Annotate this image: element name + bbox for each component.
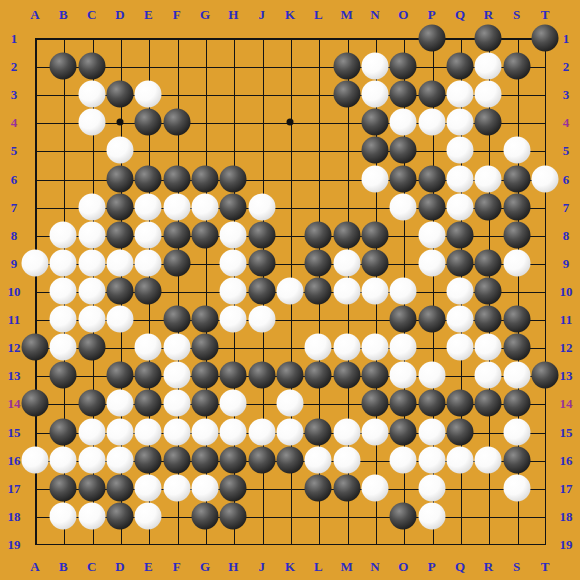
black-stone-C2 bbox=[78, 53, 105, 80]
black-stone-R11 bbox=[475, 306, 502, 333]
white-stone-S13 bbox=[503, 362, 530, 389]
white-stone-N15 bbox=[362, 418, 389, 445]
row-label-left: 19 bbox=[8, 538, 21, 551]
white-stone-Q10 bbox=[447, 278, 474, 305]
white-stone-P17 bbox=[418, 474, 445, 501]
black-stone-O3 bbox=[390, 81, 417, 108]
white-stone-M16 bbox=[333, 446, 360, 473]
white-stone-D15 bbox=[107, 418, 134, 445]
black-stone-S2 bbox=[503, 53, 530, 80]
black-stone-E16 bbox=[135, 446, 162, 473]
black-stone-N14 bbox=[362, 390, 389, 417]
row-label-left: 16 bbox=[8, 453, 21, 466]
white-stone-R16 bbox=[475, 446, 502, 473]
black-stone-J10 bbox=[248, 278, 275, 305]
black-stone-P6 bbox=[418, 165, 445, 192]
black-stone-C17 bbox=[78, 474, 105, 501]
black-stone-O5 bbox=[390, 137, 417, 164]
black-stone-D13 bbox=[107, 362, 134, 389]
white-stone-Q4 bbox=[447, 109, 474, 136]
column-label-bottom: B bbox=[59, 560, 68, 573]
column-label-top: K bbox=[285, 8, 295, 21]
black-stone-E14 bbox=[135, 390, 162, 417]
white-stone-N17 bbox=[362, 474, 389, 501]
column-label-bottom: C bbox=[87, 560, 96, 573]
row-label-left: 13 bbox=[8, 369, 21, 382]
column-label-top: T bbox=[541, 8, 550, 21]
black-stone-R1 bbox=[475, 25, 502, 52]
black-stone-H17 bbox=[220, 474, 247, 501]
column-label-top: C bbox=[87, 8, 96, 21]
white-stone-Q7 bbox=[447, 193, 474, 220]
black-stone-M3 bbox=[333, 81, 360, 108]
row-label-right: 5 bbox=[563, 144, 570, 157]
white-stone-P18 bbox=[418, 502, 445, 529]
white-stone-E15 bbox=[135, 418, 162, 445]
black-stone-S7 bbox=[503, 193, 530, 220]
white-stone-F15 bbox=[163, 418, 190, 445]
black-stone-T13 bbox=[532, 362, 559, 389]
black-stone-N4 bbox=[362, 109, 389, 136]
white-stone-Q5 bbox=[447, 137, 474, 164]
white-stone-O7 bbox=[390, 193, 417, 220]
row-label-left: 12 bbox=[8, 341, 21, 354]
white-stone-E9 bbox=[135, 249, 162, 276]
white-stone-J7 bbox=[248, 193, 275, 220]
row-label-left: 3 bbox=[11, 88, 18, 101]
white-stone-Q11 bbox=[447, 306, 474, 333]
white-stone-O10 bbox=[390, 278, 417, 305]
row-label-right: 11 bbox=[560, 313, 572, 326]
white-stone-R6 bbox=[475, 165, 502, 192]
black-stone-O11 bbox=[390, 306, 417, 333]
black-stone-B2 bbox=[50, 53, 77, 80]
row-label-right: 9 bbox=[563, 256, 570, 269]
black-stone-C14 bbox=[78, 390, 105, 417]
white-stone-D9 bbox=[107, 249, 134, 276]
black-stone-T1 bbox=[532, 25, 559, 52]
black-stone-B17 bbox=[50, 474, 77, 501]
black-stone-G8 bbox=[192, 221, 219, 248]
black-stone-F9 bbox=[163, 249, 190, 276]
row-label-left: 8 bbox=[11, 228, 18, 241]
white-stone-E17 bbox=[135, 474, 162, 501]
white-stone-P16 bbox=[418, 446, 445, 473]
black-stone-F6 bbox=[163, 165, 190, 192]
row-label-right: 2 bbox=[563, 60, 570, 73]
white-stone-C10 bbox=[78, 278, 105, 305]
row-label-right: 18 bbox=[560, 509, 573, 522]
white-stone-P15 bbox=[418, 418, 445, 445]
row-label-right: 15 bbox=[560, 425, 573, 438]
row-label-right: 19 bbox=[560, 538, 573, 551]
column-label-bottom: S bbox=[513, 560, 520, 573]
black-stone-G6 bbox=[192, 165, 219, 192]
black-stone-G18 bbox=[192, 502, 219, 529]
black-stone-O15 bbox=[390, 418, 417, 445]
black-stone-D18 bbox=[107, 502, 134, 529]
column-label-bottom: D bbox=[115, 560, 124, 573]
black-stone-D17 bbox=[107, 474, 134, 501]
row-label-left: 17 bbox=[8, 481, 21, 494]
white-stone-H10 bbox=[220, 278, 247, 305]
white-stone-J11 bbox=[248, 306, 275, 333]
white-stone-A16 bbox=[22, 446, 49, 473]
column-label-top: B bbox=[59, 8, 68, 21]
white-stone-B16 bbox=[50, 446, 77, 473]
black-stone-N8 bbox=[362, 221, 389, 248]
white-stone-M15 bbox=[333, 418, 360, 445]
row-label-left: 10 bbox=[8, 285, 21, 298]
black-stone-G13 bbox=[192, 362, 219, 389]
black-stone-Q8 bbox=[447, 221, 474, 248]
row-label-right: 6 bbox=[563, 172, 570, 185]
white-stone-F7 bbox=[163, 193, 190, 220]
black-stone-D10 bbox=[107, 278, 134, 305]
black-stone-Q2 bbox=[447, 53, 474, 80]
white-stone-B11 bbox=[50, 306, 77, 333]
column-label-bottom: R bbox=[484, 560, 493, 573]
black-stone-S14 bbox=[503, 390, 530, 417]
black-stone-E13 bbox=[135, 362, 162, 389]
white-stone-F14 bbox=[163, 390, 190, 417]
row-label-right: 7 bbox=[563, 200, 570, 213]
white-stone-E12 bbox=[135, 334, 162, 361]
column-label-top: Q bbox=[455, 8, 465, 21]
black-stone-G16 bbox=[192, 446, 219, 473]
black-stone-P11 bbox=[418, 306, 445, 333]
white-stone-C4 bbox=[78, 109, 105, 136]
black-stone-N5 bbox=[362, 137, 389, 164]
star-point bbox=[117, 119, 124, 126]
white-stone-P13 bbox=[418, 362, 445, 389]
row-label-left: 9 bbox=[11, 256, 18, 269]
row-label-right: 10 bbox=[560, 285, 573, 298]
white-stone-N10 bbox=[362, 278, 389, 305]
column-label-top: L bbox=[314, 8, 323, 21]
column-label-bottom: L bbox=[314, 560, 323, 573]
white-stone-P8 bbox=[418, 221, 445, 248]
white-stone-L12 bbox=[305, 334, 332, 361]
column-label-top: A bbox=[30, 8, 39, 21]
black-stone-D3 bbox=[107, 81, 134, 108]
black-stone-M2 bbox=[333, 53, 360, 80]
row-label-right: 14 bbox=[560, 397, 573, 410]
white-stone-H8 bbox=[220, 221, 247, 248]
white-stone-S9 bbox=[503, 249, 530, 276]
white-stone-C11 bbox=[78, 306, 105, 333]
black-stone-J16 bbox=[248, 446, 275, 473]
row-label-right: 8 bbox=[563, 228, 570, 241]
black-stone-M13 bbox=[333, 362, 360, 389]
black-stone-K16 bbox=[277, 446, 304, 473]
black-stone-R14 bbox=[475, 390, 502, 417]
row-label-left: 14 bbox=[8, 397, 21, 410]
white-stone-A9 bbox=[22, 249, 49, 276]
white-stone-O4 bbox=[390, 109, 417, 136]
white-stone-B9 bbox=[50, 249, 77, 276]
row-label-left: 6 bbox=[11, 172, 18, 185]
black-stone-A12 bbox=[22, 334, 49, 361]
row-label-right: 3 bbox=[563, 88, 570, 101]
column-label-top: S bbox=[513, 8, 520, 21]
white-stone-C3 bbox=[78, 81, 105, 108]
black-stone-O2 bbox=[390, 53, 417, 80]
column-label-top: N bbox=[370, 8, 379, 21]
column-label-top: O bbox=[398, 8, 408, 21]
column-label-top: F bbox=[173, 8, 181, 21]
black-stone-P7 bbox=[418, 193, 445, 220]
black-stone-R4 bbox=[475, 109, 502, 136]
black-stone-L9 bbox=[305, 249, 332, 276]
black-stone-O14 bbox=[390, 390, 417, 417]
white-stone-H14 bbox=[220, 390, 247, 417]
row-label-right: 1 bbox=[563, 32, 570, 45]
white-stone-D14 bbox=[107, 390, 134, 417]
black-stone-D7 bbox=[107, 193, 134, 220]
black-stone-R10 bbox=[475, 278, 502, 305]
white-stone-D16 bbox=[107, 446, 134, 473]
white-stone-C16 bbox=[78, 446, 105, 473]
black-stone-H6 bbox=[220, 165, 247, 192]
white-stone-B10 bbox=[50, 278, 77, 305]
black-stone-L10 bbox=[305, 278, 332, 305]
white-stone-J15 bbox=[248, 418, 275, 445]
column-label-top: H bbox=[228, 8, 238, 21]
column-label-top: E bbox=[144, 8, 153, 21]
black-stone-Q9 bbox=[447, 249, 474, 276]
row-label-left: 11 bbox=[8, 313, 20, 326]
black-stone-C12 bbox=[78, 334, 105, 361]
black-stone-Q14 bbox=[447, 390, 474, 417]
white-stone-R3 bbox=[475, 81, 502, 108]
black-stone-P14 bbox=[418, 390, 445, 417]
white-stone-O16 bbox=[390, 446, 417, 473]
row-label-right: 13 bbox=[560, 369, 573, 382]
white-stone-H9 bbox=[220, 249, 247, 276]
black-stone-O18 bbox=[390, 502, 417, 529]
white-stone-E18 bbox=[135, 502, 162, 529]
white-stone-Q12 bbox=[447, 334, 474, 361]
column-label-top: G bbox=[200, 8, 210, 21]
white-stone-O13 bbox=[390, 362, 417, 389]
white-stone-P4 bbox=[418, 109, 445, 136]
black-stone-L8 bbox=[305, 221, 332, 248]
black-stone-F11 bbox=[163, 306, 190, 333]
column-label-top: P bbox=[428, 8, 436, 21]
white-stone-T6 bbox=[532, 165, 559, 192]
white-stone-C7 bbox=[78, 193, 105, 220]
white-stone-B12 bbox=[50, 334, 77, 361]
white-stone-C15 bbox=[78, 418, 105, 445]
black-stone-S16 bbox=[503, 446, 530, 473]
white-stone-Q16 bbox=[447, 446, 474, 473]
column-label-bottom: P bbox=[428, 560, 436, 573]
white-stone-H11 bbox=[220, 306, 247, 333]
white-stone-K10 bbox=[277, 278, 304, 305]
white-stone-F17 bbox=[163, 474, 190, 501]
black-stone-D8 bbox=[107, 221, 134, 248]
black-stone-O6 bbox=[390, 165, 417, 192]
column-label-top: R bbox=[484, 8, 493, 21]
white-stone-Q3 bbox=[447, 81, 474, 108]
row-label-left: 7 bbox=[11, 200, 18, 213]
white-stone-B18 bbox=[50, 502, 77, 529]
black-stone-Q15 bbox=[447, 418, 474, 445]
column-label-bottom: F bbox=[173, 560, 181, 573]
white-stone-R13 bbox=[475, 362, 502, 389]
row-label-right: 16 bbox=[560, 453, 573, 466]
white-stone-Q6 bbox=[447, 165, 474, 192]
row-label-right: 4 bbox=[563, 116, 570, 129]
white-stone-E8 bbox=[135, 221, 162, 248]
row-label-right: 17 bbox=[560, 481, 573, 494]
black-stone-L13 bbox=[305, 362, 332, 389]
white-stone-K15 bbox=[277, 418, 304, 445]
column-label-bottom: T bbox=[541, 560, 550, 573]
black-stone-M8 bbox=[333, 221, 360, 248]
white-stone-N3 bbox=[362, 81, 389, 108]
white-stone-S17 bbox=[503, 474, 530, 501]
black-stone-A14 bbox=[22, 390, 49, 417]
black-stone-E4 bbox=[135, 109, 162, 136]
black-stone-H13 bbox=[220, 362, 247, 389]
white-stone-C9 bbox=[78, 249, 105, 276]
black-stone-N13 bbox=[362, 362, 389, 389]
go-board[interactable]: AABBCCDDEEFFGGHHJJKKLLMMNNOOPPQQRRSSTT11… bbox=[0, 0, 580, 580]
black-stone-J9 bbox=[248, 249, 275, 276]
row-label-left: 1 bbox=[11, 32, 18, 45]
column-label-bottom: G bbox=[200, 560, 210, 573]
white-stone-L16 bbox=[305, 446, 332, 473]
black-stone-E10 bbox=[135, 278, 162, 305]
white-stone-R2 bbox=[475, 53, 502, 80]
column-label-top: D bbox=[115, 8, 124, 21]
black-stone-J8 bbox=[248, 221, 275, 248]
black-stone-G14 bbox=[192, 390, 219, 417]
white-stone-H15 bbox=[220, 418, 247, 445]
black-stone-H16 bbox=[220, 446, 247, 473]
black-stone-F4 bbox=[163, 109, 190, 136]
black-stone-M17 bbox=[333, 474, 360, 501]
white-stone-D5 bbox=[107, 137, 134, 164]
white-stone-M9 bbox=[333, 249, 360, 276]
row-label-right: 12 bbox=[560, 341, 573, 354]
white-stone-S5 bbox=[503, 137, 530, 164]
column-label-top: J bbox=[258, 8, 265, 21]
white-stone-C8 bbox=[78, 221, 105, 248]
black-stone-K13 bbox=[277, 362, 304, 389]
white-stone-F12 bbox=[163, 334, 190, 361]
black-stone-E6 bbox=[135, 165, 162, 192]
row-label-left: 15 bbox=[8, 425, 21, 438]
black-stone-L17 bbox=[305, 474, 332, 501]
column-label-bottom: N bbox=[370, 560, 379, 573]
black-stone-S12 bbox=[503, 334, 530, 361]
column-label-bottom: E bbox=[144, 560, 153, 573]
white-stone-P9 bbox=[418, 249, 445, 276]
column-label-bottom: K bbox=[285, 560, 295, 573]
white-stone-O12 bbox=[390, 334, 417, 361]
star-point bbox=[287, 119, 294, 126]
white-stone-K14 bbox=[277, 390, 304, 417]
column-label-bottom: A bbox=[30, 560, 39, 573]
black-stone-H18 bbox=[220, 502, 247, 529]
black-stone-D6 bbox=[107, 165, 134, 192]
column-label-bottom: M bbox=[341, 560, 353, 573]
row-label-left: 4 bbox=[11, 116, 18, 129]
column-label-bottom: O bbox=[398, 560, 408, 573]
black-stone-B15 bbox=[50, 418, 77, 445]
white-stone-M10 bbox=[333, 278, 360, 305]
black-stone-H7 bbox=[220, 193, 247, 220]
black-stone-P3 bbox=[418, 81, 445, 108]
black-stone-N9 bbox=[362, 249, 389, 276]
row-label-left: 2 bbox=[11, 60, 18, 73]
black-stone-R7 bbox=[475, 193, 502, 220]
white-stone-F13 bbox=[163, 362, 190, 389]
white-stone-R12 bbox=[475, 334, 502, 361]
white-stone-C18 bbox=[78, 502, 105, 529]
black-stone-G12 bbox=[192, 334, 219, 361]
black-stone-F8 bbox=[163, 221, 190, 248]
black-stone-S8 bbox=[503, 221, 530, 248]
black-stone-L15 bbox=[305, 418, 332, 445]
column-label-bottom: Q bbox=[455, 560, 465, 573]
white-stone-N6 bbox=[362, 165, 389, 192]
black-stone-G11 bbox=[192, 306, 219, 333]
black-stone-R9 bbox=[475, 249, 502, 276]
white-stone-E7 bbox=[135, 193, 162, 220]
black-stone-S6 bbox=[503, 165, 530, 192]
white-stone-G15 bbox=[192, 418, 219, 445]
white-stone-D11 bbox=[107, 306, 134, 333]
black-stone-S11 bbox=[503, 306, 530, 333]
column-label-top: M bbox=[341, 8, 353, 21]
row-label-left: 5 bbox=[11, 144, 18, 157]
white-stone-N12 bbox=[362, 334, 389, 361]
black-stone-P1 bbox=[418, 25, 445, 52]
white-stone-M12 bbox=[333, 334, 360, 361]
black-stone-B13 bbox=[50, 362, 77, 389]
black-stone-J13 bbox=[248, 362, 275, 389]
white-stone-G17 bbox=[192, 474, 219, 501]
white-stone-N2 bbox=[362, 53, 389, 80]
white-stone-S15 bbox=[503, 418, 530, 445]
column-label-bottom: H bbox=[228, 560, 238, 573]
white-stone-G7 bbox=[192, 193, 219, 220]
white-stone-E3 bbox=[135, 81, 162, 108]
row-label-left: 18 bbox=[8, 509, 21, 522]
black-stone-F16 bbox=[163, 446, 190, 473]
column-label-bottom: J bbox=[258, 560, 265, 573]
white-stone-B8 bbox=[50, 221, 77, 248]
